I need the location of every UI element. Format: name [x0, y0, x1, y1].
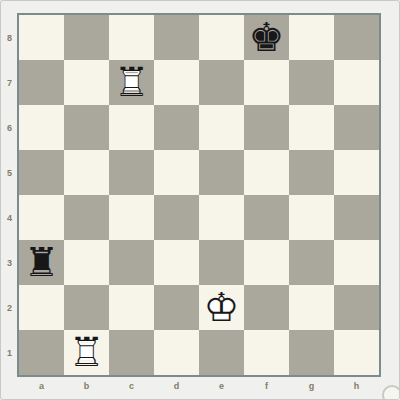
- square-f5[interactable]: [244, 150, 289, 195]
- piece-black-king[interactable]: ♚: [244, 15, 289, 60]
- square-b1[interactable]: ♜♖: [64, 330, 109, 375]
- file-labels: abcdefgh: [19, 378, 379, 394]
- square-g2[interactable]: [289, 285, 334, 330]
- square-d1[interactable]: [154, 330, 199, 375]
- file-label-b: b: [64, 378, 109, 394]
- square-d3[interactable]: [154, 240, 199, 285]
- square-f8[interactable]: ♚: [244, 15, 289, 60]
- square-h3[interactable]: [334, 240, 379, 285]
- rank-label-3: 3: [3, 240, 16, 285]
- square-e5[interactable]: [199, 150, 244, 195]
- square-c7[interactable]: ♜♖: [109, 60, 154, 105]
- rank-label-2: 2: [3, 285, 16, 330]
- white-rook-glyph: ♖: [109, 60, 154, 105]
- square-a2[interactable]: [19, 285, 64, 330]
- rank-label-1: 1: [3, 330, 16, 375]
- square-e3[interactable]: [199, 240, 244, 285]
- square-d4[interactable]: [154, 195, 199, 240]
- file-label-h: h: [334, 378, 379, 394]
- file-label-a: a: [19, 378, 64, 394]
- file-label-e: e: [199, 378, 244, 394]
- square-b2[interactable]: [64, 285, 109, 330]
- board-frame: ♚♜♖♜♚♔♜♖: [17, 13, 381, 377]
- square-d5[interactable]: [154, 150, 199, 195]
- piece-white-rook[interactable]: ♜♖: [109, 60, 154, 105]
- square-g7[interactable]: [289, 60, 334, 105]
- square-c4[interactable]: [109, 195, 154, 240]
- square-f6[interactable]: [244, 105, 289, 150]
- square-g4[interactable]: [289, 195, 334, 240]
- white-rook-glyph: ♖: [64, 330, 109, 375]
- square-c6[interactable]: [109, 105, 154, 150]
- rank-label-7: 7: [3, 60, 16, 105]
- file-label-f: f: [244, 378, 289, 394]
- square-h6[interactable]: [334, 105, 379, 150]
- square-e1[interactable]: [199, 330, 244, 375]
- square-b3[interactable]: [64, 240, 109, 285]
- square-h8[interactable]: [334, 15, 379, 60]
- rank-label-5: 5: [3, 150, 16, 195]
- square-b4[interactable]: [64, 195, 109, 240]
- square-a6[interactable]: [19, 105, 64, 150]
- board-panel: 87654321 ♚♜♖♜♚♔♜♖ abcdefgh: [0, 0, 400, 400]
- square-d8[interactable]: [154, 15, 199, 60]
- circle-icon[interactable]: [382, 385, 400, 400]
- square-g8[interactable]: [289, 15, 334, 60]
- square-c5[interactable]: [109, 150, 154, 195]
- square-h1[interactable]: [334, 330, 379, 375]
- square-a1[interactable]: [19, 330, 64, 375]
- square-g5[interactable]: [289, 150, 334, 195]
- square-a8[interactable]: [19, 15, 64, 60]
- square-b7[interactable]: [64, 60, 109, 105]
- rank-labels: 87654321: [3, 15, 16, 375]
- square-f4[interactable]: [244, 195, 289, 240]
- square-c2[interactable]: [109, 285, 154, 330]
- black-king-glyph: ♚: [244, 15, 289, 60]
- square-d6[interactable]: [154, 105, 199, 150]
- piece-white-king[interactable]: ♚♔: [199, 285, 244, 330]
- square-h5[interactable]: [334, 150, 379, 195]
- square-d2[interactable]: [154, 285, 199, 330]
- square-h4[interactable]: [334, 195, 379, 240]
- square-a5[interactable]: [19, 150, 64, 195]
- square-c8[interactable]: [109, 15, 154, 60]
- piece-black-rook[interactable]: ♜: [19, 240, 64, 285]
- square-f3[interactable]: [244, 240, 289, 285]
- chess-board: ♚♜♖♜♚♔♜♖: [19, 15, 379, 375]
- square-b6[interactable]: [64, 105, 109, 150]
- square-f7[interactable]: [244, 60, 289, 105]
- square-c1[interactable]: [109, 330, 154, 375]
- file-label-g: g: [289, 378, 334, 394]
- square-g3[interactable]: [289, 240, 334, 285]
- square-e4[interactable]: [199, 195, 244, 240]
- square-e6[interactable]: [199, 105, 244, 150]
- square-f1[interactable]: [244, 330, 289, 375]
- square-a7[interactable]: [19, 60, 64, 105]
- square-d7[interactable]: [154, 60, 199, 105]
- square-e7[interactable]: [199, 60, 244, 105]
- rank-label-6: 6: [3, 105, 16, 150]
- black-rook-glyph: ♜: [19, 240, 64, 285]
- rank-label-4: 4: [3, 195, 16, 240]
- square-e2[interactable]: ♚♔: [199, 285, 244, 330]
- square-b8[interactable]: [64, 15, 109, 60]
- square-g1[interactable]: [289, 330, 334, 375]
- square-b5[interactable]: [64, 150, 109, 195]
- square-a3[interactable]: ♜: [19, 240, 64, 285]
- square-f2[interactable]: [244, 285, 289, 330]
- square-a4[interactable]: [19, 195, 64, 240]
- white-king-glyph: ♔: [199, 285, 244, 330]
- square-e8[interactable]: [199, 15, 244, 60]
- file-label-d: d: [154, 378, 199, 394]
- square-g6[interactable]: [289, 105, 334, 150]
- square-h2[interactable]: [334, 285, 379, 330]
- square-c3[interactable]: [109, 240, 154, 285]
- rank-label-8: 8: [3, 15, 16, 60]
- piece-white-rook[interactable]: ♜♖: [64, 330, 109, 375]
- file-label-c: c: [109, 378, 154, 394]
- square-h7[interactable]: [334, 60, 379, 105]
